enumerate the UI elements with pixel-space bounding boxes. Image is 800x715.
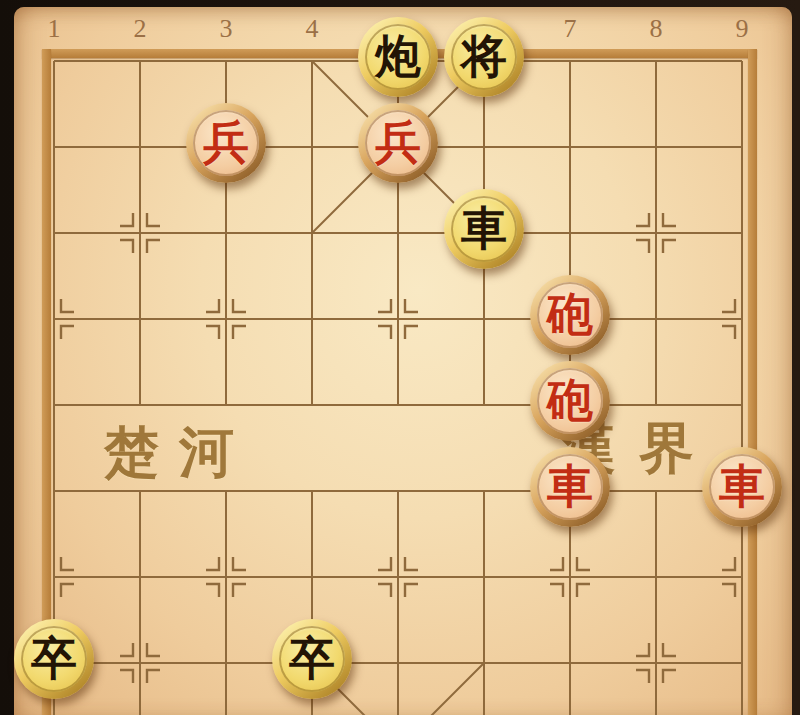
piece-red-soldier[interactable]: 兵 [358,103,438,183]
piece-glyph: 車 [461,205,507,251]
piece-face: 兵 [193,110,259,176]
board-frame-right [748,49,757,715]
piece-glyph: 車 [547,463,593,509]
column-label: 8 [640,14,672,44]
piece-red-soldier[interactable]: 兵 [186,103,266,183]
piece-glyph: 兵 [203,119,249,165]
piece-face: 砲 [537,282,603,348]
piece-glyph: 兵 [375,119,421,165]
piece-red-cannon[interactable]: 砲 [530,361,610,441]
column-label: 2 [124,14,156,44]
xiangqi-screenshot: 123456789 楚河 漢界 炮将兵兵車砲砲車車卒卒 [0,0,800,715]
column-label: 4 [296,14,328,44]
piece-face: 砲 [537,368,603,434]
column-label: 7 [554,14,586,44]
piece-face: 卒 [21,626,87,692]
piece-face: 車 [537,454,603,520]
board-frame-left [42,49,51,715]
piece-black-soldier[interactable]: 卒 [272,619,352,699]
piece-black-soldier[interactable]: 卒 [14,619,94,699]
piece-glyph: 炮 [375,33,421,79]
piece-glyph: 卒 [289,635,335,681]
piece-glyph: 砲 [547,291,593,337]
piece-face: 兵 [365,110,431,176]
piece-glyph: 砲 [547,377,593,423]
piece-face: 卒 [279,626,345,692]
piece-red-cannon[interactable]: 砲 [530,275,610,355]
piece-black-general[interactable]: 将 [444,17,524,97]
piece-face: 車 [451,196,517,262]
piece-face: 将 [451,24,517,90]
piece-face: 車 [709,454,775,520]
column-label: 1 [38,14,70,44]
piece-black-chariot[interactable]: 車 [444,189,524,269]
piece-face: 炮 [365,24,431,90]
column-label: 9 [726,14,758,44]
piece-glyph: 車 [719,463,765,509]
piece-black-cannon[interactable]: 炮 [358,17,438,97]
river-text-left: 楚河 [104,425,254,481]
piece-glyph: 将 [461,33,507,79]
piece-red-chariot[interactable]: 車 [530,447,610,527]
piece-glyph: 卒 [31,635,77,681]
column-label: 3 [210,14,242,44]
piece-red-chariot[interactable]: 車 [702,447,782,527]
